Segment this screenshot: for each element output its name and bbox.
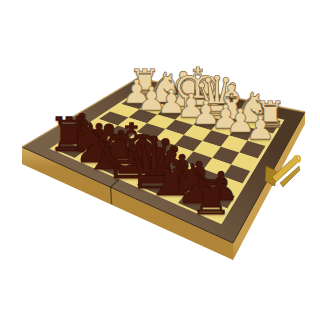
- product-photo: ♜♞♝♛♚♝♞♜♟♟♟♟♟♟♟♟♟♟♟♟♟♟♟♟♜♞♝♛♚♝♞♜: [0, 0, 320, 320]
- chess-board: [0, 0, 320, 320]
